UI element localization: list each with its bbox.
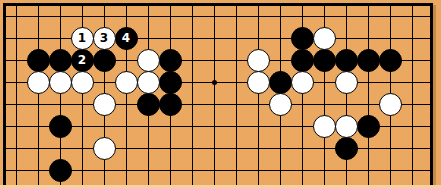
black-stone	[159, 93, 182, 116]
grid-vertical-line	[38, 6, 39, 188]
white-stone	[27, 71, 50, 94]
white-stone	[379, 93, 402, 116]
grid-vertical-line	[16, 6, 17, 188]
black-stone	[137, 93, 160, 116]
black-stone	[49, 49, 72, 72]
move-number-label: 4	[122, 31, 130, 45]
grid-horizontal-line	[6, 38, 430, 39]
grid-vertical-line	[412, 6, 413, 188]
black-stone	[159, 49, 182, 72]
grid-horizontal-line	[6, 148, 430, 149]
go-board-diagram: 4213	[0, 0, 441, 188]
move-number-label: 1	[78, 31, 86, 45]
white-stone	[247, 49, 270, 72]
white-stone	[137, 71, 160, 94]
grid-vertical-line	[192, 6, 193, 188]
white-stone	[93, 93, 116, 116]
white-stone	[313, 115, 336, 138]
black-stone	[291, 27, 314, 50]
black-stone	[269, 71, 292, 94]
black-stone	[335, 49, 358, 72]
white-stone	[71, 71, 94, 94]
white-stone	[291, 71, 314, 94]
white-stone	[335, 71, 358, 94]
black-stone	[335, 137, 358, 160]
black-stone	[357, 115, 380, 138]
board-cut-edge	[0, 185, 441, 188]
black-stone	[93, 49, 116, 72]
white-stone-move-1: 1	[71, 27, 94, 50]
white-stone	[137, 49, 160, 72]
black-stone	[159, 71, 182, 94]
black-stone	[379, 49, 402, 72]
black-stone	[291, 49, 314, 72]
black-stone-move-4: 4	[115, 27, 138, 50]
grid-horizontal-line	[6, 104, 430, 105]
grid-vertical-line	[258, 6, 259, 188]
grid-vertical-line	[346, 6, 347, 188]
grid-vertical-line	[368, 6, 369, 188]
grid-vertical-line	[236, 6, 237, 188]
move-number-label: 2	[78, 53, 86, 67]
black-stone	[357, 49, 380, 72]
white-stone	[313, 27, 336, 50]
black-stone	[27, 49, 50, 72]
star-point	[212, 80, 217, 85]
white-stone-move-3: 3	[93, 27, 116, 50]
black-stone	[313, 49, 336, 72]
white-stone	[269, 93, 292, 116]
white-stone	[49, 71, 72, 94]
white-stone	[93, 137, 116, 160]
black-stone	[49, 115, 72, 138]
move-number-label: 3	[100, 31, 108, 45]
white-stone	[115, 71, 138, 94]
black-stone	[49, 159, 72, 182]
black-stone-move-2: 2	[71, 49, 94, 72]
frame-shadow	[433, 5, 436, 186]
grid-vertical-line	[214, 6, 215, 188]
white-stone	[335, 115, 358, 138]
white-stone	[247, 71, 270, 94]
grid-horizontal-line	[6, 16, 430, 17]
